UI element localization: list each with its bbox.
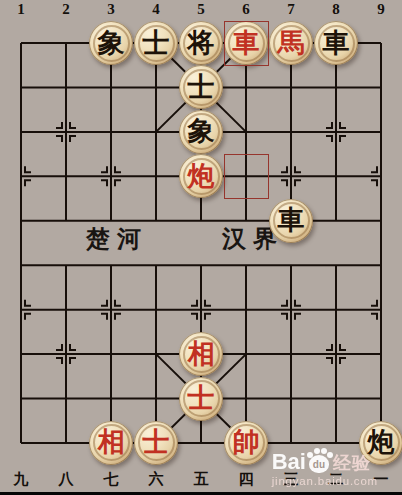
board-intersections: 象士将車馬車士象炮車相士相士帥炮	[0, 21, 402, 465]
board-cell: 象	[179, 110, 224, 154]
board-cell	[89, 65, 134, 109]
board-cell	[314, 65, 359, 109]
board-cell: 士	[179, 376, 224, 420]
board-cell	[359, 154, 402, 198]
board-cell	[0, 243, 44, 287]
board-cell	[269, 287, 314, 331]
piece-glyph: 車	[233, 30, 260, 57]
watermark-url: jingyan.baidu.com	[272, 475, 378, 487]
board-cell: 将	[179, 21, 224, 65]
paw-pad-text: du	[309, 455, 329, 473]
piece-glyph: 相	[188, 341, 215, 368]
coordinate-label: 八	[44, 471, 89, 488]
board-cell	[314, 110, 359, 154]
piece-black[interactable]: 象	[89, 21, 133, 65]
board-cell	[0, 199, 44, 243]
coordinate-label: 9	[359, 1, 402, 18]
coordinate-label: 5	[179, 1, 224, 18]
board-cell	[134, 65, 179, 109]
board-cell	[134, 376, 179, 420]
board-cell	[224, 154, 269, 198]
piece-glyph: 象	[188, 118, 215, 145]
board-cell	[89, 154, 134, 198]
board-cell	[224, 110, 269, 154]
board-cell	[314, 243, 359, 287]
board-cell	[224, 65, 269, 109]
board-cell	[0, 376, 44, 420]
board-cell	[89, 199, 134, 243]
board-cell	[44, 332, 89, 376]
board-cell	[44, 199, 89, 243]
board-cell	[359, 110, 402, 154]
coordinate-label: 8	[314, 1, 359, 18]
board-cell	[269, 243, 314, 287]
board-cell	[269, 154, 314, 198]
board-cell	[179, 421, 224, 465]
board-cell	[44, 65, 89, 109]
board-cell	[134, 287, 179, 331]
coordinate-label: 四	[224, 471, 269, 488]
piece-glyph: 帥	[233, 429, 260, 456]
piece-red[interactable]: 士	[179, 377, 223, 421]
board-cell	[134, 154, 179, 198]
board-cell	[0, 110, 44, 154]
board-cell: 車	[269, 199, 314, 243]
board-cell	[224, 199, 269, 243]
board-cell	[89, 332, 134, 376]
board-cell	[44, 154, 89, 198]
board-cell	[134, 110, 179, 154]
piece-glyph: 士	[143, 30, 170, 57]
jingyan-text: 经验	[333, 452, 371, 474]
baidu-logo-text: Bai	[272, 450, 306, 474]
board-cell: 車	[224, 21, 269, 65]
board-cell	[269, 65, 314, 109]
coordinate-label: 4	[134, 1, 179, 18]
board-cell	[314, 376, 359, 420]
baidu-logo: Bai du 经验	[272, 448, 378, 474]
piece-glyph: 士	[188, 385, 215, 412]
board-cell	[179, 199, 224, 243]
board-cell	[0, 287, 44, 331]
board-cell	[314, 332, 359, 376]
watermark: Bai du 经验 jingyan.baidu.com	[272, 448, 378, 487]
piece-red[interactable]: 炮	[179, 154, 223, 198]
board-cell	[314, 199, 359, 243]
piece-black[interactable]: 士	[134, 21, 178, 65]
piece-black[interactable]: 車	[269, 199, 313, 243]
board-cell	[269, 376, 314, 420]
coordinate-label: 五	[179, 471, 224, 488]
board-cell: 帥	[224, 421, 269, 465]
piece-red[interactable]: 帥	[224, 421, 268, 465]
board-cell	[44, 287, 89, 331]
piece-red[interactable]: 相	[89, 421, 133, 465]
board-cell: 象	[89, 21, 134, 65]
coordinate-label: 七	[89, 471, 134, 488]
board-cell	[224, 243, 269, 287]
board-cell	[359, 65, 402, 109]
piece-glyph: 士	[143, 429, 170, 456]
piece-red[interactable]: 士	[134, 421, 178, 465]
board-cell	[44, 376, 89, 420]
board-cell	[314, 154, 359, 198]
board-cell	[44, 110, 89, 154]
piece-glyph: 士	[188, 74, 215, 101]
board-cell	[89, 287, 134, 331]
board-cell	[359, 332, 402, 376]
board-cell: 士	[134, 21, 179, 65]
piece-glyph: 車	[278, 207, 305, 234]
last-move-highlight	[224, 154, 269, 199]
coordinate-label: 六	[134, 471, 179, 488]
top-coordinates: 123456789	[0, 1, 402, 18]
board-cell: 相	[179, 332, 224, 376]
board-cell	[359, 287, 402, 331]
board-cell	[359, 243, 402, 287]
board-cell: 士	[134, 421, 179, 465]
piece-red[interactable]: 馬	[269, 21, 313, 65]
board-cell: 炮	[179, 154, 224, 198]
board-cell	[134, 243, 179, 287]
board-cell	[359, 376, 402, 420]
board-cell	[0, 65, 44, 109]
board-cell	[359, 21, 402, 65]
paw-icon: du	[307, 448, 332, 474]
piece-black[interactable]: 将	[179, 21, 223, 65]
piece-glyph: 車	[323, 30, 350, 57]
board-cell	[134, 199, 179, 243]
board-cell: 馬	[269, 21, 314, 65]
board-cell	[269, 332, 314, 376]
board-cell	[224, 287, 269, 331]
board-cell	[134, 332, 179, 376]
piece-glyph: 相	[98, 429, 125, 456]
board-cell	[0, 421, 44, 465]
board-cell	[314, 287, 359, 331]
piece-red[interactable]: 相	[179, 332, 223, 376]
board-cell: 士	[179, 65, 224, 109]
coordinate-label: 3	[89, 1, 134, 18]
piece-red[interactable]: 車	[224, 21, 268, 65]
piece-black[interactable]: 車	[314, 21, 358, 65]
xiangqi-board: 123456789 象士将車馬車士象炮車相士相士帥炮 楚河 汉界 九八七六五四三…	[0, 0, 402, 495]
piece-glyph: 炮	[188, 163, 215, 190]
coordinate-label: 1	[0, 1, 44, 18]
piece-glyph: 象	[98, 30, 125, 57]
board-cell: 車	[314, 21, 359, 65]
board-cell	[0, 332, 44, 376]
piece-glyph: 馬	[278, 30, 305, 57]
board-cell	[179, 287, 224, 331]
board-cell	[44, 421, 89, 465]
coordinate-label: 2	[44, 1, 89, 18]
coordinate-label: 7	[269, 1, 314, 18]
board-cell	[0, 21, 44, 65]
board-cell	[0, 154, 44, 198]
board-cell	[89, 243, 134, 287]
board-cell	[359, 199, 402, 243]
board-cell	[224, 332, 269, 376]
board-cell: 相	[89, 421, 134, 465]
board-cell	[44, 243, 89, 287]
board-cell	[269, 110, 314, 154]
board-cell	[89, 110, 134, 154]
board-cell	[224, 376, 269, 420]
coordinate-label: 6	[224, 1, 269, 18]
piece-glyph: 将	[188, 30, 215, 57]
coordinate-label: 九	[0, 471, 44, 488]
board-cell	[89, 376, 134, 420]
piece-black[interactable]: 士	[179, 65, 223, 109]
piece-black[interactable]: 象	[179, 110, 223, 154]
board-cell	[179, 243, 224, 287]
board-cell	[44, 21, 89, 65]
